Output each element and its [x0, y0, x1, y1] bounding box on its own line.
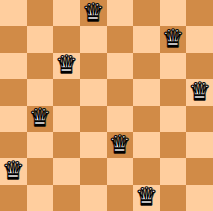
chessboard: ♛♛♛♛♛♛♛♛ [0, 0, 213, 211]
board-square-d1[interactable] [80, 185, 107, 211]
board-square-a7[interactable] [0, 26, 27, 52]
board-square-c8[interactable] [53, 0, 80, 26]
board-square-g3[interactable] [160, 132, 187, 158]
board-square-f2[interactable] [133, 158, 160, 184]
board-square-b5[interactable] [27, 79, 54, 105]
board-square-f3[interactable] [133, 132, 160, 158]
board-square-f8[interactable] [133, 0, 160, 26]
board-square-d8[interactable]: ♛ [80, 0, 107, 26]
board-square-a5[interactable] [0, 79, 27, 105]
board-square-e7[interactable] [107, 26, 134, 52]
board-square-d4[interactable] [80, 106, 107, 132]
board-square-f6[interactable] [133, 53, 160, 79]
board-square-a6[interactable] [0, 53, 27, 79]
board-square-g5[interactable] [160, 79, 187, 105]
white-queen-piece[interactable]: ♛ [135, 184, 157, 209]
board-square-e6[interactable] [107, 53, 134, 79]
board-square-h2[interactable] [186, 158, 213, 184]
board-square-c5[interactable] [53, 79, 80, 105]
board-square-a2[interactable]: ♛ [0, 158, 27, 184]
board-square-d5[interactable] [80, 79, 107, 105]
board-square-c6[interactable]: ♛ [53, 53, 80, 79]
board-square-c2[interactable] [53, 158, 80, 184]
board-square-d6[interactable] [80, 53, 107, 79]
board-square-a8[interactable] [0, 0, 27, 26]
board-square-e4[interactable] [107, 106, 134, 132]
board-square-b3[interactable] [27, 132, 54, 158]
board-square-e8[interactable] [107, 0, 134, 26]
board-square-h6[interactable] [186, 53, 213, 79]
white-queen-piece[interactable]: ♛ [29, 105, 51, 130]
board-square-g2[interactable] [160, 158, 187, 184]
board-square-h8[interactable] [186, 0, 213, 26]
board-square-h1[interactable] [186, 185, 213, 211]
board-square-a3[interactable] [0, 132, 27, 158]
board-square-g8[interactable] [160, 0, 187, 26]
board-square-b6[interactable] [27, 53, 54, 79]
board-square-a4[interactable] [0, 106, 27, 132]
board-square-d2[interactable] [80, 158, 107, 184]
board-square-b7[interactable] [27, 26, 54, 52]
board-square-f4[interactable] [133, 106, 160, 132]
board-square-a1[interactable] [0, 185, 27, 211]
board-square-h4[interactable] [186, 106, 213, 132]
white-queen-piece[interactable]: ♛ [82, 0, 104, 25]
board-square-f7[interactable] [133, 26, 160, 52]
board-square-g4[interactable] [160, 106, 187, 132]
white-queen-piece[interactable]: ♛ [55, 52, 77, 77]
board-square-h5[interactable]: ♛ [186, 79, 213, 105]
board-square-b2[interactable] [27, 158, 54, 184]
board-square-c3[interactable] [53, 132, 80, 158]
board-square-c7[interactable] [53, 26, 80, 52]
board-square-c4[interactable] [53, 106, 80, 132]
white-queen-piece[interactable]: ♛ [188, 79, 210, 104]
board-square-f5[interactable] [133, 79, 160, 105]
board-square-d3[interactable] [80, 132, 107, 158]
board-square-b1[interactable] [27, 185, 54, 211]
board-square-e3[interactable]: ♛ [107, 132, 134, 158]
board-square-g7[interactable]: ♛ [160, 26, 187, 52]
board-square-f1[interactable]: ♛ [133, 185, 160, 211]
board-square-c1[interactable] [53, 185, 80, 211]
white-queen-piece[interactable]: ♛ [109, 132, 131, 157]
board-square-g6[interactable] [160, 53, 187, 79]
board-square-g1[interactable] [160, 185, 187, 211]
board-square-h7[interactable] [186, 26, 213, 52]
board-square-b8[interactable] [27, 0, 54, 26]
board-square-e1[interactable] [107, 185, 134, 211]
white-queen-piece[interactable]: ♛ [2, 158, 24, 183]
board-square-e5[interactable] [107, 79, 134, 105]
white-queen-piece[interactable]: ♛ [162, 26, 184, 51]
board-square-e2[interactable] [107, 158, 134, 184]
board-square-b4[interactable]: ♛ [27, 106, 54, 132]
board-square-h3[interactable] [186, 132, 213, 158]
board-square-d7[interactable] [80, 26, 107, 52]
